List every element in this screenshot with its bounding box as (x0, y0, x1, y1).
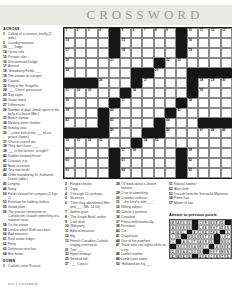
grid-cell[interactable]: 27 (142, 78, 153, 88)
clue-text: Smoked fish (70, 257, 113, 261)
grid-cell[interactable] (198, 58, 209, 68)
clue: 8'The Jungle Book' author (65, 215, 113, 219)
clue: 47Those who see sights while on a trip (116, 243, 166, 251)
grid-cell[interactable] (165, 158, 176, 168)
grid-cell[interactable] (86, 148, 97, 158)
black-cell (64, 128, 75, 138)
grid-cell[interactable] (131, 58, 142, 68)
grid-cell[interactable]: 20 (64, 58, 75, 68)
grid-cell[interactable]: 4 (98, 28, 109, 38)
grid-cell[interactable] (120, 58, 131, 68)
cell-number: 37 (122, 99, 125, 102)
cell-number: 5 (122, 29, 124, 32)
grid-cell[interactable] (165, 148, 176, 158)
grid-cell[interactable]: 21 (109, 58, 120, 68)
grid-cell[interactable]: 36 (64, 98, 75, 108)
clue: 34Mystery writer Grafton (3, 121, 60, 125)
grid-cell[interactable]: 22 (165, 58, 176, 68)
clue: 50Fields cleared for compost (2 Kgs. 2) (3, 192, 60, 200)
grid-cell[interactable]: 56 (64, 148, 75, 158)
black-cell (154, 128, 165, 138)
grid-cell[interactable] (131, 98, 142, 108)
clue: 10___ fridge (3, 45, 60, 49)
grid-cell[interactable] (131, 38, 142, 48)
grid-cell[interactable]: 15 (120, 38, 131, 48)
clue: 41Chapel part (116, 234, 166, 238)
cell-number: 25 (155, 69, 158, 72)
grid-cell[interactable] (176, 78, 187, 88)
clue-text: Defensive trenches (8, 247, 60, 251)
grid-cell[interactable]: 65 (187, 168, 198, 178)
grid-cell[interactable] (109, 68, 120, 78)
grid-cell[interactable] (165, 168, 176, 178)
cell-number: 54 (144, 139, 147, 142)
clue: 17Around (3, 64, 60, 68)
grid-cell[interactable] (198, 48, 209, 58)
grid-cell[interactable]: 37 (120, 98, 131, 108)
grid-cell[interactable]: 55 (154, 138, 165, 148)
grid-cell[interactable] (221, 88, 232, 98)
clue: 58On the ocean (3, 223, 60, 227)
grid-cell[interactable] (209, 88, 220, 98)
grid-cell[interactable] (165, 98, 176, 108)
grid-cell[interactable]: 3 (86, 28, 97, 38)
clue-text: 'Then they abandoned Him and ___' (Mk. 1… (70, 201, 113, 209)
grid-cell[interactable] (142, 58, 153, 68)
black-cell (109, 158, 120, 168)
grid-cell[interactable] (142, 38, 153, 48)
clue-text: Chapel part (121, 234, 166, 238)
clue-text: On the ocean (8, 223, 60, 227)
grid-cell[interactable] (198, 148, 209, 158)
black-cell (176, 38, 187, 48)
grid-cell[interactable] (198, 98, 209, 108)
clue-text: Sunday seat (8, 126, 60, 130)
grid-cell[interactable] (120, 128, 131, 138)
grid-cell[interactable] (98, 38, 109, 48)
grid-cell[interactable]: 26 (98, 78, 109, 88)
grid-cell[interactable] (86, 98, 97, 108)
grid-cell[interactable] (98, 58, 109, 68)
clue: 6'Then they abandoned Him and ___' (Mk. … (65, 201, 113, 209)
cell-number: 64 (122, 169, 125, 172)
clue-text: Croatian, e.g. (8, 159, 60, 163)
grid-cell[interactable]: 18 (120, 48, 131, 58)
grid-cell[interactable]: 62 (187, 158, 198, 168)
cell-number: 15 (122, 39, 125, 42)
clue-text: OT book about a Jewish heroine (121, 182, 166, 190)
grid-cell[interactable]: 52 (86, 138, 97, 148)
grid-cell[interactable] (221, 168, 232, 178)
grid-cell[interactable] (98, 88, 109, 98)
cell-number: 8 (155, 29, 157, 32)
grid-cell[interactable] (131, 118, 142, 128)
grid-cell[interactable]: 2 (75, 28, 86, 38)
grid-cell[interactable]: 43 (109, 118, 120, 128)
cell-number: 1 (66, 29, 68, 32)
grid-cell[interactable] (86, 68, 97, 78)
cell-number: 3 (88, 29, 90, 32)
clue: 27'___ Corpus' (65, 262, 113, 266)
grid-cell[interactable] (98, 148, 109, 158)
grid-cell[interactable]: 35 (198, 88, 209, 98)
grid-cell[interactable]: 42 (64, 118, 75, 128)
clue-text: The precise conversion to Catholicism ca… (8, 210, 60, 222)
grid-cell[interactable]: 34 (131, 88, 142, 98)
clue: 64Bee home (3, 252, 60, 256)
clue-text: Guitar wood (8, 98, 60, 102)
grid-cell[interactable]: 16 (187, 38, 198, 48)
clue: 31Beach climate (3, 116, 60, 120)
grid-cell[interactable] (209, 168, 220, 178)
grid-cell[interactable] (86, 118, 97, 128)
clue: 42Bank accounts (3, 164, 60, 168)
grid-cell[interactable] (198, 38, 209, 48)
grid-cell[interactable] (142, 98, 153, 108)
grid-cell[interactable] (98, 168, 109, 178)
grid-cell[interactable]: 60 (64, 158, 75, 168)
grid-cell[interactable]: 41 (176, 108, 187, 118)
clue: 43Tiny arachnids (3, 168, 60, 172)
black-cell (209, 68, 220, 78)
grid-cell[interactable] (165, 38, 176, 48)
clue-text: Natural soother (174, 182, 231, 186)
grid-cell[interactable] (209, 148, 220, 158)
grid-cell[interactable] (221, 38, 232, 48)
cell-number: 62 (189, 159, 192, 162)
clue-text: Willing subject (121, 205, 166, 209)
grid-cell[interactable] (86, 58, 97, 68)
grid-cell[interactable]: 59 (187, 148, 198, 158)
grid-cell[interactable] (209, 48, 220, 58)
cell-number: 52 (88, 139, 91, 142)
clue: 15Persian ruler (3, 55, 60, 59)
grid-cell[interactable] (221, 98, 232, 108)
clue: 13French-Canadian Catholic singing enter… (65, 239, 113, 247)
grid-cell[interactable] (142, 108, 153, 118)
grid-cell[interactable] (187, 128, 198, 138)
answer-previous-grid: MASSCREEDAVESLENTENGELPIETASINHOSTSITCAL… (169, 219, 232, 259)
grid-cell[interactable] (198, 168, 209, 178)
clue-text: Customs collector (121, 196, 166, 200)
clue: 37Praise enthusiastically (116, 220, 166, 224)
grid-cell[interactable] (98, 158, 109, 168)
cell-number: 53 (99, 139, 102, 142)
grid-cell[interactable] (75, 48, 86, 58)
grid-cell[interactable] (98, 98, 109, 108)
grid-cell[interactable] (209, 138, 220, 148)
cell-number: 34 (133, 89, 136, 92)
cell-number: 21 (110, 59, 113, 62)
grid-cell[interactable] (176, 68, 187, 78)
clue-text: Mystery writer Grafton (8, 121, 60, 125)
grid-cell[interactable]: 30 (221, 78, 232, 88)
grid-cell[interactable]: 9 (165, 28, 176, 38)
black-cell (64, 78, 75, 88)
grid-cell[interactable] (221, 138, 232, 148)
cell-number: 39 (66, 109, 69, 112)
cell-number: 11 (200, 29, 203, 32)
grid-cell[interactable] (131, 128, 142, 138)
grid-cell[interactable]: 45 (109, 128, 120, 138)
grid-cell[interactable] (142, 48, 153, 58)
grid-cell[interactable] (109, 138, 120, 148)
grid-cell[interactable]: 61 (120, 158, 131, 168)
black-cell (187, 88, 198, 98)
grid-cell[interactable]: 57 (120, 148, 131, 158)
clue: 56The precise conversion to Catholicism … (3, 210, 60, 222)
grid-cell[interactable] (209, 158, 220, 168)
grid-cell[interactable]: 14 (64, 38, 75, 48)
clue: 45Lengthy (3, 182, 60, 186)
grid-cell[interactable] (165, 48, 176, 58)
grid-cell[interactable] (165, 88, 176, 98)
grid-cell[interactable] (131, 168, 142, 178)
grid-cell[interactable] (187, 118, 198, 128)
grid-cell[interactable] (86, 168, 97, 178)
grid-cell[interactable]: 63 (64, 168, 75, 178)
black-cell (86, 128, 97, 138)
clue-text: Coal shaft (70, 220, 113, 224)
cell-number: 14 (66, 39, 69, 42)
grid-cell[interactable]: 11 (198, 28, 209, 38)
clue-text: They don't have ___ (8, 144, 60, 148)
clue: 11Biblical measure (65, 229, 113, 233)
grid-cell[interactable] (75, 148, 86, 158)
clue-text: '___ Christi' procession (8, 88, 60, 92)
grid-cell[interactable] (120, 108, 131, 118)
grid-cell[interactable] (75, 118, 86, 128)
black-cell (75, 78, 86, 88)
grid-cell[interactable]: 47 (198, 128, 209, 138)
clue-text: ___ in the kitchen, at night? (8, 149, 60, 153)
grid-cell[interactable] (209, 108, 220, 118)
grid-cell[interactable] (120, 138, 131, 148)
grid-cell[interactable]: 48 (209, 128, 220, 138)
grid-cell[interactable] (86, 38, 97, 48)
grid-cell[interactable] (221, 48, 232, 58)
black-cell (187, 68, 198, 78)
grid-cell[interactable]: 50 (64, 138, 75, 148)
clue-text: 'Strawberry Fields ___' (8, 69, 60, 73)
grid-cell[interactable] (176, 118, 187, 128)
cell-number: 22 (166, 59, 169, 62)
cell-number: 2 (77, 29, 79, 32)
clue-text: Calling of a convent, briefly (2 wds.) (8, 32, 60, 40)
footer-credit: wcc | crossword (8, 282, 37, 286)
grid-cell[interactable] (75, 98, 86, 108)
cell-number: 44 (166, 119, 169, 122)
grid-cell[interactable]: 8 (154, 28, 165, 38)
black-cell (165, 108, 176, 118)
grid-cell[interactable]: 23 (176, 58, 187, 68)
black-cell (98, 108, 109, 118)
grid-cell[interactable] (98, 48, 109, 58)
grid-cell[interactable] (75, 58, 86, 68)
clue-list-header: ACROSS (3, 27, 60, 31)
grid-cell[interactable] (198, 158, 209, 168)
grid-cell[interactable] (131, 48, 142, 58)
cell-number: 20 (66, 59, 69, 62)
cell-number: 65 (189, 169, 192, 172)
clue-text: Real estate ledger (8, 237, 60, 241)
grid-cell[interactable]: 19 (187, 48, 198, 58)
black-cell (154, 58, 165, 68)
grid-cell[interactable] (187, 108, 198, 118)
grid-cell[interactable]: 32 (75, 88, 86, 98)
clue-text: '___ Corpus' (70, 262, 113, 266)
grid-cell[interactable]: 38 (187, 98, 198, 108)
grid-cell[interactable] (142, 118, 153, 128)
grid-cell[interactable]: 39 (64, 108, 75, 118)
grid-cell[interactable] (187, 58, 198, 68)
clue: 7Gather grain (65, 210, 113, 214)
grid-cell[interactable]: 17 (64, 48, 75, 58)
clue: 3Copy (65, 187, 113, 191)
clue-text: Tiny arachnids (8, 168, 60, 172)
grid-cell[interactable] (221, 148, 232, 158)
clue: 53Furniture for holding clothes (3, 200, 60, 204)
grid-cell[interactable]: 1 (64, 28, 75, 38)
grid-cell[interactable] (120, 78, 131, 88)
cell-number: 7 (144, 29, 146, 32)
grid-cell[interactable]: 40 (109, 108, 120, 118)
grid-cell[interactable] (109, 78, 120, 88)
grid-cell[interactable] (154, 168, 165, 178)
clue: 31'...the Lord is with ___' (116, 200, 166, 204)
grid-cell[interactable] (120, 68, 131, 78)
answer-previous-label: Answer to previous puzzle (169, 213, 231, 217)
cell-number: 50 (66, 139, 69, 142)
grid-cell[interactable] (142, 158, 153, 168)
grid-cell[interactable] (221, 58, 232, 68)
grid-cell[interactable] (165, 68, 176, 78)
grid-cell[interactable] (209, 98, 220, 108)
grid-cell[interactable]: 58 (131, 148, 142, 158)
grid-cell[interactable] (221, 158, 232, 168)
grid-cell[interactable]: 54 (142, 138, 153, 148)
grid-cell[interactable] (176, 128, 187, 138)
grid-cell[interactable] (165, 78, 176, 88)
cell-number: 60 (66, 159, 69, 162)
grid-cell[interactable]: 24 (64, 68, 75, 78)
grid-cell[interactable]: 64 (120, 168, 131, 178)
clue: 10Wild party (65, 224, 113, 228)
grid-cell[interactable] (198, 108, 209, 118)
grid-cell[interactable] (86, 48, 97, 58)
grid-cell[interactable] (142, 88, 153, 98)
crossword-grid: 1234567891011121314151617181920212223242… (63, 27, 232, 179)
grid-cell[interactable] (221, 108, 232, 118)
cell-number: 43 (110, 119, 113, 122)
cell-number: 38 (189, 99, 192, 102)
cell-number: 13 (222, 29, 225, 32)
grid-cell[interactable]: 44 (165, 118, 176, 128)
clue: 38Preordain (116, 224, 166, 228)
grid-cell[interactable]: 6 (131, 28, 142, 38)
grid-cell[interactable] (154, 48, 165, 58)
clue-text: Lengthy (8, 182, 60, 186)
grid-cell[interactable]: 31 (64, 88, 75, 98)
grid-cell[interactable] (209, 38, 220, 48)
grid-cell[interactable]: 13 (221, 28, 232, 38)
clue: 27Differences (3, 103, 60, 107)
grid-cell[interactable] (165, 138, 176, 148)
grid-cell[interactable]: 51 (75, 138, 86, 148)
clue-text: Caesar's garment (121, 210, 166, 214)
grid-cell[interactable] (131, 108, 142, 118)
black-cell (109, 38, 120, 48)
cell-number: 12 (211, 29, 214, 32)
black-cell (109, 168, 120, 178)
clue-text: Beach climate (8, 116, 60, 120)
grid-cell[interactable] (75, 68, 86, 78)
cell-number: 6 (133, 29, 135, 32)
black-cell (176, 158, 187, 168)
clue: 54Pome fruit (169, 196, 231, 200)
grid-cell[interactable] (86, 108, 97, 118)
clue-text: Forged checks (70, 182, 113, 186)
grid-cell[interactable] (187, 138, 198, 148)
clue: 32Willing subject (116, 205, 166, 209)
black-cell (131, 138, 142, 148)
grid-cell[interactable] (154, 98, 165, 108)
grid-cell[interactable] (154, 148, 165, 158)
grid-cell[interactable]: 29 (209, 78, 220, 88)
grid-cell[interactable]: 53 (98, 138, 109, 148)
grid-cell[interactable] (98, 68, 109, 78)
grid-cell[interactable]: 5 (120, 28, 131, 38)
clue: 38They don't have ___ (3, 144, 60, 148)
grid-cell[interactable]: 25 (154, 68, 165, 78)
grid-cell[interactable] (142, 148, 153, 158)
grid-cell[interactable]: 7 (142, 28, 153, 38)
black-cell (131, 78, 142, 88)
clue-column-down-2: 28OT book about a Jewish heroine29Crux o… (116, 182, 166, 267)
grid-cell[interactable] (176, 138, 187, 148)
grid-cell[interactable]: 33 (86, 88, 97, 98)
grid-cell[interactable] (154, 78, 165, 88)
grid-cell[interactable]: 28 (198, 78, 209, 88)
grid-cell[interactable] (131, 158, 142, 168)
clue-text: Gather grain (70, 210, 113, 214)
grid-cell[interactable] (176, 88, 187, 98)
grid-cell[interactable] (75, 168, 86, 178)
grid-cell[interactable] (142, 168, 153, 178)
grid-cell[interactable] (75, 38, 86, 48)
grid-cell[interactable] (154, 108, 165, 118)
grid-cell[interactable]: 46 (165, 128, 176, 138)
clue: 25Nay sayer (3, 93, 60, 97)
grid-cell[interactable] (154, 158, 165, 168)
grid-cell[interactable]: 10 (187, 28, 198, 38)
grid-cell[interactable]: 12 (209, 28, 220, 38)
grid-cell[interactable] (209, 58, 220, 68)
grid-cell[interactable]: 49 (221, 128, 232, 138)
grid-cell[interactable] (75, 108, 86, 118)
grid-cell[interactable] (109, 88, 120, 98)
clue-text: Altar cloth (174, 187, 231, 191)
cell-number: 42 (66, 119, 69, 122)
clue-text: Opera solo (8, 50, 60, 54)
grid-cell[interactable] (86, 158, 97, 168)
grid-cell[interactable] (154, 88, 165, 98)
grid-cell[interactable] (120, 118, 131, 128)
clue-text: Hymn endings (70, 252, 113, 256)
grid-cell[interactable] (154, 38, 165, 48)
grid-cell[interactable] (75, 158, 86, 168)
grid-cell[interactable] (198, 138, 209, 148)
